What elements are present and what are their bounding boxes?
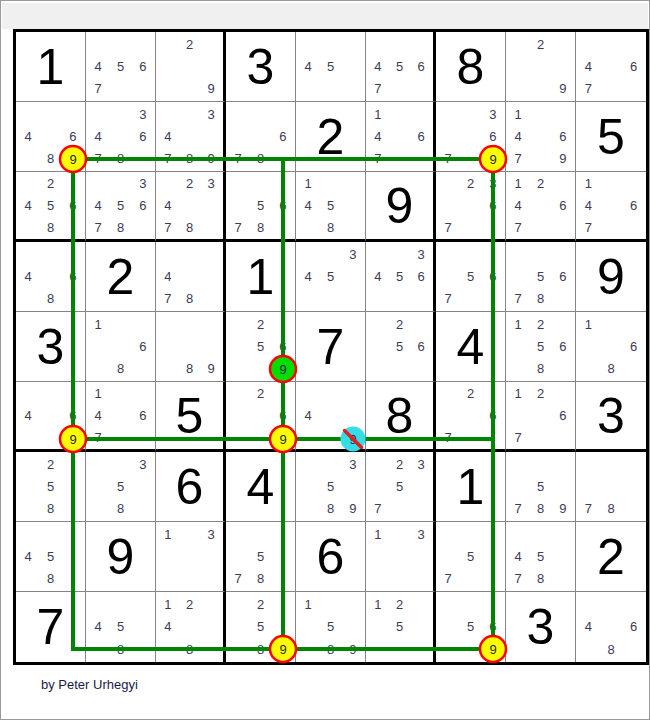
candidate-6: 6 [622, 55, 645, 77]
candidate-grid: 23478 [156, 172, 223, 239]
cell-r3c1[interactable]: 24568 [16, 172, 86, 242]
candidate-1: 1 [157, 593, 179, 616]
cell-r5c1[interactable]: 3 [16, 312, 86, 382]
candidate-7: 7 [367, 78, 389, 100]
candidate-9: 9 [342, 638, 364, 661]
candidate-4: 4 [297, 195, 319, 217]
cell-r2c5[interactable]: 2 [296, 102, 366, 172]
cell-r7c3[interactable]: 6 [156, 452, 226, 522]
candidate-grid: 468 [576, 592, 646, 662]
cell-value: 4 [226, 452, 295, 521]
cell-r4c4[interactable]: 1 [226, 242, 296, 312]
cell-r8c7[interactable]: 57 [436, 522, 506, 592]
cell-r6c9[interactable]: 3 [576, 382, 646, 452]
cell-r4c8[interactable]: 5678 [506, 242, 576, 312]
cell-value: 8 [436, 32, 505, 101]
candidate-8: 8 [39, 148, 61, 170]
candidate-5: 5 [459, 265, 481, 287]
cell-r6c7[interactable]: 267 [436, 382, 506, 452]
candidate-7: 7 [227, 568, 249, 590]
candidate-3: 3 [200, 103, 222, 125]
candidate-6: 6 [62, 405, 84, 427]
cell-r8c2[interactable]: 9 [86, 522, 156, 592]
candidate-9: 9 [200, 148, 222, 170]
cell-r7c5[interactable]: 3589 [296, 452, 366, 522]
candidate-6: 6 [552, 335, 574, 357]
candidate-grid: 1467 [576, 172, 646, 239]
cell-r4c7[interactable]: 567 [436, 242, 506, 312]
cell-r7c8[interactable]: 5789 [506, 452, 576, 522]
cell-r6c5[interactable]: 4 [296, 382, 366, 452]
candidate-8: 8 [319, 498, 341, 520]
cell-r4c9[interactable]: 9 [576, 242, 646, 312]
cell-value: 7 [16, 592, 85, 662]
candidate-6: 6 [272, 335, 294, 357]
candidate-4: 4 [17, 265, 39, 287]
candidate-grid: 258 [16, 452, 85, 521]
candidate-3: 3 [410, 523, 432, 545]
cell-r4c1[interactable]: 468 [16, 242, 86, 312]
candidate-4: 4 [297, 265, 319, 287]
candidate-8: 8 [179, 358, 201, 380]
cell-r7c2[interactable]: 358 [86, 452, 156, 522]
candidate-5: 5 [249, 545, 271, 567]
candidate-2: 2 [459, 173, 481, 195]
candidate-7: 7 [157, 216, 179, 238]
cell-r6c8[interactable]: 1267 [506, 382, 576, 452]
candidate-4: 4 [507, 125, 529, 147]
candidate-grid: 468 [16, 102, 85, 171]
cell-r1c6[interactable]: 4567 [366, 32, 436, 102]
cell-value: 9 [576, 242, 646, 311]
candidate-1: 1 [367, 593, 389, 616]
cell-r8c1[interactable]: 458 [16, 522, 86, 592]
cell-r5c5[interactable]: 7 [296, 312, 366, 382]
cell-r9c5[interactable]: 1589 [296, 592, 366, 662]
cell-r6c4[interactable]: 26 [226, 382, 296, 452]
cell-r1c8[interactable]: 29 [506, 32, 576, 102]
candidate-1: 1 [507, 173, 529, 195]
cell-r2c4[interactable]: 678 [226, 102, 296, 172]
candidate-4: 4 [87, 195, 109, 217]
cell-value: 2 [296, 102, 365, 171]
cell-r9c2[interactable]: 458 [86, 592, 156, 662]
candidate-6: 6 [132, 55, 154, 77]
candidate-7: 7 [507, 498, 529, 520]
candidate-grid: 168 [86, 312, 155, 381]
candidate-grid: 4 [296, 382, 365, 449]
candidate-grid: 1467 [86, 382, 155, 449]
cell-r5c7[interactable]: 4 [436, 312, 506, 382]
candidate-9: 9 [552, 148, 574, 170]
cell-value: 6 [296, 522, 365, 591]
cell-value: 8 [366, 382, 433, 449]
candidate-grid: 1458 [296, 172, 365, 239]
candidate-5: 5 [529, 475, 551, 497]
candidate-5: 5 [389, 616, 411, 639]
candidate-3: 3 [342, 243, 364, 265]
candidate-8: 8 [249, 216, 271, 238]
cell-r9c3[interactable]: 1248 [156, 592, 226, 662]
cell-r2c2[interactable]: 34678 [86, 102, 156, 172]
candidate-7: 7 [507, 426, 529, 448]
candidate-5: 5 [319, 55, 341, 77]
candidate-6: 6 [482, 616, 504, 639]
candidate-9: 9 [552, 498, 574, 520]
cell-r4c2[interactable]: 2 [86, 242, 156, 312]
cell-r1c5[interactable]: 45 [296, 32, 366, 102]
candidate-1: 1 [507, 313, 529, 335]
cell-r3c2[interactable]: 345678 [86, 172, 156, 242]
candidate-8: 8 [39, 498, 61, 520]
cell-r8c5[interactable]: 6 [296, 522, 366, 592]
candidate-6: 6 [622, 335, 645, 357]
cell-value: 5 [156, 382, 223, 449]
cell-r7c4[interactable]: 4 [226, 452, 296, 522]
cell-r6c1[interactable]: 46 [16, 382, 86, 452]
cell-r8c9[interactable]: 2 [576, 522, 646, 592]
candidate-grid: 89 [156, 312, 223, 381]
cell-r1c7[interactable]: 8 [436, 32, 506, 102]
candidate-5: 5 [109, 55, 131, 77]
candidate-8: 8 [529, 288, 551, 310]
candidate-1: 1 [157, 523, 179, 545]
candidate-2: 2 [389, 453, 411, 475]
cell-r8c8[interactable]: 4578 [506, 522, 576, 592]
cell-r2c7[interactable]: 367 [436, 102, 506, 172]
candidate-7: 7 [437, 426, 459, 448]
candidate-grid: 26 [226, 382, 295, 449]
candidate-4: 4 [157, 265, 179, 287]
candidate-grid: 29 [506, 32, 575, 101]
candidate-6: 6 [132, 195, 154, 217]
candidate-grid: 367 [436, 102, 505, 171]
candidate-3: 3 [410, 453, 432, 475]
cell-r1c2[interactable]: 4567 [86, 32, 156, 102]
candidate-grid: 34678 [86, 102, 155, 171]
candidate-3: 3 [410, 243, 432, 265]
candidate-7: 7 [507, 216, 529, 238]
cell-r6c6[interactable]: 8 [366, 382, 436, 452]
cell-value: 1 [16, 32, 85, 101]
cell-r2c8[interactable]: 14679 [506, 102, 576, 172]
candidate-grid: 467 [576, 32, 646, 101]
candidate-6: 6 [482, 125, 504, 147]
cell-r9c9[interactable]: 468 [576, 592, 646, 662]
cell-r5c6[interactable]: 256 [366, 312, 436, 382]
candidate-4: 4 [157, 195, 179, 217]
candidate-4: 4 [297, 55, 319, 77]
cell-r9c6[interactable]: 125 [366, 592, 436, 662]
candidate-6: 6 [272, 405, 294, 427]
cell-r8c6[interactable]: 13 [366, 522, 436, 592]
cell-r2c9[interactable]: 5 [576, 102, 646, 172]
candidate-8: 8 [109, 148, 131, 170]
candidate-5: 5 [389, 475, 411, 497]
candidate-5: 5 [529, 265, 551, 287]
cell-r4c6[interactable]: 3456 [366, 242, 436, 312]
candidate-8: 8 [109, 216, 131, 238]
candidate-4: 4 [87, 125, 109, 147]
candidate-grid: 478 [156, 242, 223, 311]
candidate-4: 4 [87, 616, 109, 639]
candidate-8: 8 [249, 638, 271, 661]
candidate-grid: 46 [16, 382, 85, 449]
candidate-8: 8 [109, 498, 131, 520]
candidate-7: 7 [507, 288, 529, 310]
candidate-4: 4 [367, 265, 389, 287]
candidate-1: 1 [367, 103, 389, 125]
candidate-grid: 13 [366, 522, 433, 591]
candidate-3: 3 [482, 173, 504, 195]
cell-r9c4[interactable]: 258 [226, 592, 296, 662]
candidate-4: 4 [157, 616, 179, 639]
candidate-grid: 4578 [506, 522, 575, 591]
candidate-8: 8 [529, 358, 551, 380]
candidate-grid: 13 [156, 522, 223, 591]
candidate-5: 5 [249, 616, 271, 639]
candidate-8: 8 [319, 216, 341, 238]
candidate-grid: 256 [366, 312, 433, 381]
candidate-6: 6 [410, 335, 432, 357]
cell-r9c1[interactable]: 7 [16, 592, 86, 662]
cell-r2c3[interactable]: 34789 [156, 102, 226, 172]
candidate-8: 8 [529, 568, 551, 590]
cell-r1c4[interactable]: 3 [226, 32, 296, 102]
candidate-7: 7 [227, 216, 249, 238]
candidate-5: 5 [319, 195, 341, 217]
candidate-grid: 5789 [506, 452, 575, 521]
candidate-grid: 5678 [506, 242, 575, 311]
cell-r5c3[interactable]: 89 [156, 312, 226, 382]
candidate-8: 8 [600, 358, 623, 380]
candidate-2: 2 [389, 313, 411, 335]
candidate-5: 5 [39, 475, 61, 497]
candidate-7: 7 [87, 426, 109, 448]
cell-value: 3 [16, 312, 85, 381]
candidate-6: 6 [62, 195, 84, 217]
candidate-7: 7 [87, 78, 109, 100]
candidate-5: 5 [389, 265, 411, 287]
candidate-8: 8 [179, 216, 201, 238]
candidate-7: 7 [437, 288, 459, 310]
candidate-grid: 458 [16, 522, 85, 591]
candidate-grid: 14679 [506, 102, 575, 171]
candidate-5: 5 [109, 195, 131, 217]
cell-value: 9 [366, 172, 433, 239]
cell-r7c1[interactable]: 258 [16, 452, 86, 522]
candidate-6: 6 [132, 335, 154, 357]
candidate-grid: 256 [226, 312, 295, 381]
candidate-4: 4 [577, 55, 600, 77]
candidate-grid: 45 [296, 32, 365, 101]
cell-value: 1 [226, 242, 295, 311]
candidate-5: 5 [249, 335, 271, 357]
candidate-2: 2 [179, 173, 201, 195]
cell-value: 6 [156, 452, 223, 521]
candidate-1: 1 [87, 313, 109, 335]
candidate-3: 3 [200, 173, 222, 195]
candidate-9: 9 [552, 78, 574, 100]
cell-value: 9 [86, 522, 155, 591]
candidate-3: 3 [342, 453, 364, 475]
candidate-3: 3 [482, 103, 504, 125]
candidate-8: 8 [179, 288, 201, 310]
cell-r3c3[interactable]: 23478 [156, 172, 226, 242]
candidate-6: 6 [482, 265, 504, 287]
candidate-grid: 2367 [436, 172, 505, 239]
candidate-grid: 2357 [366, 452, 433, 521]
candidate-4: 4 [507, 545, 529, 567]
cell-r1c9[interactable]: 467 [576, 32, 646, 102]
candidate-2: 2 [39, 173, 61, 195]
cell-r3c5[interactable]: 1458 [296, 172, 366, 242]
candidate-1: 1 [507, 103, 529, 125]
candidate-grid: 345678 [86, 172, 155, 239]
cell-value: 4 [436, 312, 505, 381]
candidate-grid: 34789 [156, 102, 223, 171]
cell-r8c3[interactable]: 13 [156, 522, 226, 592]
candidate-8: 8 [109, 638, 131, 661]
candidate-7: 7 [367, 148, 389, 170]
cell-r3c6[interactable]: 9 [366, 172, 436, 242]
cell-r6c2[interactable]: 1467 [86, 382, 156, 452]
candidate-4: 4 [577, 616, 600, 639]
candidate-5: 5 [319, 616, 341, 639]
candidate-4: 4 [87, 55, 109, 77]
candidate-2: 2 [179, 33, 201, 55]
cell-r3c8[interactable]: 12467 [506, 172, 576, 242]
candidate-grid: 125 [366, 592, 433, 662]
candidate-grid: 578 [226, 522, 295, 591]
cell-r1c1[interactable]: 1 [16, 32, 86, 102]
cell-r5c4[interactable]: 256 [226, 312, 296, 382]
candidate-2: 2 [389, 593, 411, 616]
candidate-2: 2 [529, 33, 551, 55]
candidate-2: 2 [39, 453, 61, 475]
candidate-3: 3 [132, 453, 154, 475]
candidate-1: 1 [577, 313, 600, 335]
candidate-5: 5 [109, 616, 131, 639]
candidate-2: 2 [529, 313, 551, 335]
candidate-5: 5 [529, 335, 551, 357]
top-band [2, 3, 648, 29]
candidate-6: 6 [552, 125, 574, 147]
cell-value: 5 [576, 102, 646, 171]
candidate-grid: 358 [86, 452, 155, 521]
cell-r9c8[interactable]: 3 [506, 592, 576, 662]
candidate-9: 9 [342, 498, 364, 520]
candidate-3: 3 [200, 523, 222, 545]
candidate-8: 8 [529, 498, 551, 520]
cell-r2c1[interactable]: 468 [16, 102, 86, 172]
candidate-grid: 12568 [506, 312, 575, 381]
candidate-6: 6 [410, 265, 432, 287]
candidate-grid: 1267 [506, 382, 575, 449]
cell-r4c5[interactable]: 345 [296, 242, 366, 312]
candidate-8: 8 [600, 498, 623, 520]
candidate-5: 5 [249, 195, 271, 217]
candidate-grid: 1467 [366, 102, 433, 171]
candidate-6: 6 [132, 125, 154, 147]
candidate-grid: 458 [86, 592, 155, 662]
cell-r5c9[interactable]: 168 [576, 312, 646, 382]
candidate-4: 4 [367, 55, 389, 77]
candidate-4: 4 [297, 405, 319, 427]
cell-value: 3 [576, 382, 646, 449]
candidate-7: 7 [227, 148, 249, 170]
cell-r1c3[interactable]: 29 [156, 32, 226, 102]
candidate-6: 6 [62, 125, 84, 147]
candidate-grid: 4567 [366, 32, 433, 101]
candidate-6: 6 [552, 195, 574, 217]
cell-r9c7[interactable]: 56 [436, 592, 506, 662]
cell-r3c7[interactable]: 2367 [436, 172, 506, 242]
candidate-8: 8 [109, 358, 131, 380]
candidate-1: 1 [507, 383, 529, 405]
cell-r3c4[interactable]: 5678 [226, 172, 296, 242]
candidate-4: 4 [367, 125, 389, 147]
candidate-7: 7 [577, 78, 600, 100]
candidate-4: 4 [17, 545, 39, 567]
candidate-6: 6 [622, 195, 645, 217]
candidate-8: 8 [39, 216, 61, 238]
candidate-grid: 567 [436, 242, 505, 311]
cell-r4c3[interactable]: 478 [156, 242, 226, 312]
cell-r3c9[interactable]: 1467 [576, 172, 646, 242]
cell-r8c4[interactable]: 578 [226, 522, 296, 592]
candidate-4: 4 [157, 125, 179, 147]
cell-value: 1 [436, 452, 505, 521]
cell-r5c2[interactable]: 168 [86, 312, 156, 382]
candidate-8: 8 [179, 638, 201, 661]
candidate-7: 7 [437, 148, 459, 170]
candidate-5: 5 [109, 475, 131, 497]
candidate-2: 2 [249, 383, 271, 405]
cell-r2c6[interactable]: 1467 [366, 102, 436, 172]
candidate-9: 9 [200, 78, 222, 100]
candidate-grid: 3589 [296, 452, 365, 521]
candidate-8: 8 [39, 288, 61, 310]
cell-value: 2 [576, 522, 646, 591]
candidate-1: 1 [297, 593, 319, 616]
candidate-5: 5 [389, 55, 411, 77]
cell-r7c7[interactable]: 1 [436, 452, 506, 522]
cell-r5c8[interactable]: 12568 [506, 312, 576, 382]
candidate-8: 8 [600, 638, 623, 661]
candidate-1: 1 [87, 383, 109, 405]
cell-value: 7 [296, 312, 365, 381]
cell-r6c3[interactable]: 5 [156, 382, 226, 452]
cell-r7c9[interactable]: 78 [576, 452, 646, 522]
candidate-7: 7 [87, 148, 109, 170]
candidate-6: 6 [272, 195, 294, 217]
candidate-8: 8 [249, 148, 271, 170]
candidate-grid: 24568 [16, 172, 85, 239]
author-caption: by Peter Urhegyi [41, 677, 138, 692]
candidate-5: 5 [459, 545, 481, 567]
cell-value: 3 [506, 592, 575, 662]
candidate-4: 4 [17, 125, 39, 147]
cell-r7c6[interactable]: 2357 [366, 452, 436, 522]
candidate-7: 7 [157, 148, 179, 170]
candidate-grid: 5678 [226, 172, 295, 239]
candidate-grid: 267 [436, 382, 505, 449]
candidate-6: 6 [410, 125, 432, 147]
candidate-4: 4 [17, 405, 39, 427]
candidate-grid: 12467 [506, 172, 575, 239]
candidate-6: 6 [132, 405, 154, 427]
